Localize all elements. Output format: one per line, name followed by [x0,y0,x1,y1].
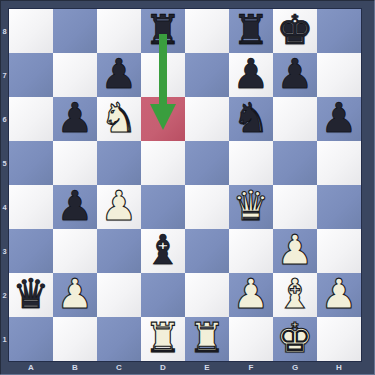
square-a5[interactable] [9,141,53,185]
square-e3[interactable] [185,229,229,273]
file-label-h: H [317,361,361,374]
square-d6[interactable] [141,97,185,141]
square-g8[interactable]: ♚ [273,9,317,53]
square-h8[interactable] [317,9,361,53]
square-e2[interactable] [185,273,229,317]
square-h2[interactable]: ♟ [317,273,361,317]
square-b5[interactable] [53,141,97,185]
square-h6[interactable]: ♟ [317,97,361,141]
square-g5[interactable] [273,141,317,185]
white-king-g1[interactable]: ♚ [277,316,314,360]
square-c8[interactable] [97,9,141,53]
square-d1[interactable]: ♜ [141,317,185,361]
square-b4[interactable]: ♟ [53,185,97,229]
black-king-g8[interactable]: ♚ [277,8,314,52]
square-f8[interactable]: ♜ [229,9,273,53]
white-pawn-b2[interactable]: ♟ [57,272,94,316]
square-f3[interactable] [229,229,273,273]
square-c1[interactable] [97,317,141,361]
square-g6[interactable] [273,97,317,141]
square-b1[interactable] [53,317,97,361]
file-label-a: A [9,361,53,374]
square-b2[interactable]: ♟ [53,273,97,317]
file-label-f: F [229,361,273,374]
square-c5[interactable] [97,141,141,185]
square-d7[interactable] [141,53,185,97]
square-e1[interactable]: ♜ [185,317,229,361]
square-e7[interactable] [185,53,229,97]
white-pawn-g3[interactable]: ♟ [277,228,314,272]
square-c4[interactable]: ♟ [97,185,141,229]
black-rook-d8[interactable]: ♜ [145,8,182,52]
rank-label-4: 4 [0,185,9,229]
square-f1[interactable] [229,317,273,361]
square-f4[interactable]: ♛ [229,185,273,229]
square-f6[interactable]: ♞ [229,97,273,141]
file-label-c: C [97,361,141,374]
black-pawn-b6[interactable]: ♟ [57,96,94,140]
square-h1[interactable] [317,317,361,361]
square-c7[interactable]: ♟ [97,53,141,97]
square-a6[interactable] [9,97,53,141]
black-knight-f6[interactable]: ♞ [233,96,270,140]
square-e4[interactable] [185,185,229,229]
black-pawn-b4[interactable]: ♟ [57,184,94,228]
rank-label-6: 6 [0,97,9,141]
square-f5[interactable] [229,141,273,185]
black-pawn-h6[interactable]: ♟ [321,96,358,140]
square-b8[interactable] [53,9,97,53]
square-a2[interactable]: ♛ [9,273,53,317]
square-e8[interactable] [185,9,229,53]
white-knight-c6[interactable]: ♞ [101,96,138,140]
square-e5[interactable] [185,141,229,185]
white-rook-d1[interactable]: ♜ [145,316,182,360]
rank-labels: 87654321 [0,9,9,361]
black-queen-a2[interactable]: ♛ [13,272,50,316]
square-c3[interactable] [97,229,141,273]
file-label-d: D [141,361,185,374]
rank-label-3: 3 [0,229,9,273]
square-g4[interactable] [273,185,317,229]
file-label-e: E [185,361,229,374]
square-h7[interactable] [317,53,361,97]
black-rook-f8[interactable]: ♜ [233,8,270,52]
black-pawn-c7[interactable]: ♟ [101,52,138,96]
square-e6[interactable] [185,97,229,141]
square-g1[interactable]: ♚ [273,317,317,361]
white-pawn-f2[interactable]: ♟ [233,272,270,316]
square-a8[interactable] [9,9,53,53]
white-pawn-c4[interactable]: ♟ [101,184,138,228]
square-f7[interactable]: ♟ [229,53,273,97]
rank-label-5: 5 [0,141,9,185]
square-d2[interactable] [141,273,185,317]
square-f2[interactable]: ♟ [229,273,273,317]
square-g2[interactable]: ♝ [273,273,317,317]
square-h4[interactable] [317,185,361,229]
white-queen-f4[interactable]: ♛ [233,184,270,228]
white-bishop-g2[interactable]: ♝ [277,272,314,316]
square-g3[interactable]: ♟ [273,229,317,273]
square-c6[interactable]: ♞ [97,97,141,141]
square-b3[interactable] [53,229,97,273]
white-rook-e1[interactable]: ♜ [189,316,226,360]
rank-label-1: 1 [0,317,9,361]
square-a3[interactable] [9,229,53,273]
black-pawn-g7[interactable]: ♟ [277,52,314,96]
square-b7[interactable] [53,53,97,97]
file-label-g: G [273,361,317,374]
square-d3[interactable]: ♝ [141,229,185,273]
square-h5[interactable] [317,141,361,185]
square-b6[interactable]: ♟ [53,97,97,141]
file-label-b: B [53,361,97,374]
square-d5[interactable] [141,141,185,185]
square-d4[interactable] [141,185,185,229]
chess-board[interactable]: ♜♜♚♟♟♟♟♞♞♟♟♟♛♝♟♛♟♟♝♟♜♜♚ [9,9,361,361]
square-d8[interactable]: ♜ [141,9,185,53]
square-a1[interactable] [9,317,53,361]
rank-label-2: 2 [0,273,9,317]
square-a7[interactable] [9,53,53,97]
black-pawn-f7[interactable]: ♟ [233,52,270,96]
square-g7[interactable]: ♟ [273,53,317,97]
white-pawn-h2[interactable]: ♟ [321,272,358,316]
file-labels: ABCDEFGH [9,361,361,375]
rank-label-7: 7 [0,53,9,97]
square-c2[interactable] [97,273,141,317]
chessboard-frame: 87654321 ABCDEFGH ♜♜♚♟♟♟♟♞♞♟♟♟♛♝♟♛♟♟♝♟♜♜… [0,0,375,375]
black-bishop-d3[interactable]: ♝ [145,228,182,272]
square-h3[interactable] [317,229,361,273]
rank-label-8: 8 [0,9,9,53]
square-a4[interactable] [9,185,53,229]
